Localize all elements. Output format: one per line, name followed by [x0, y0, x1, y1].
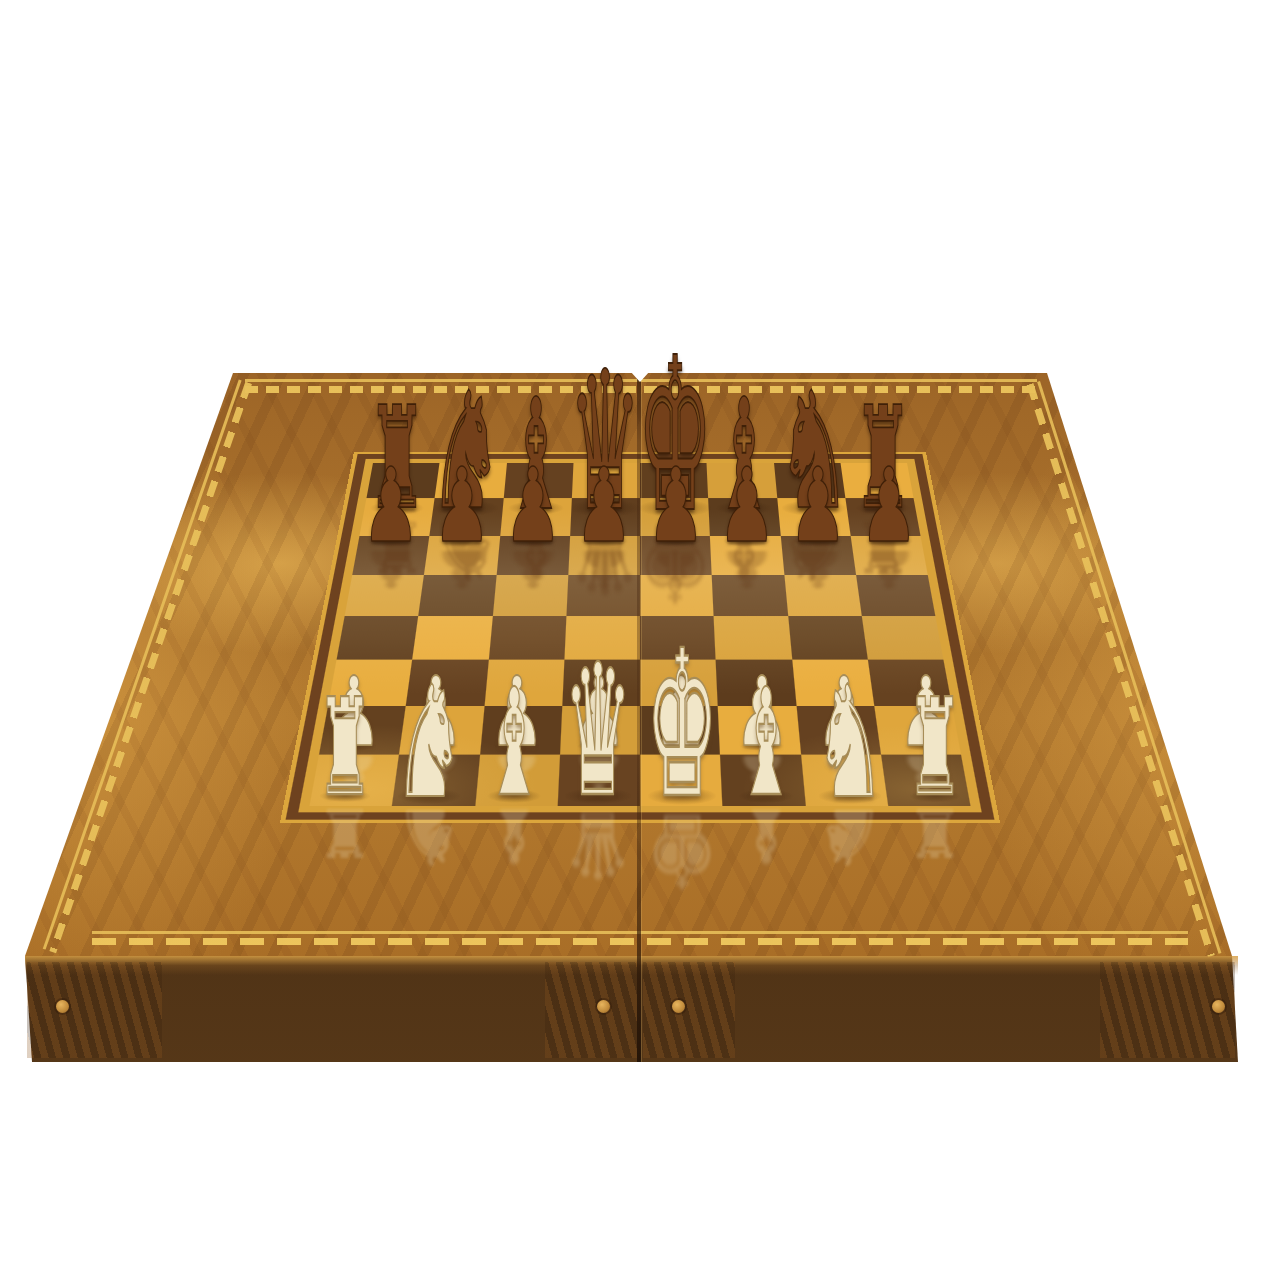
chess-box-photo: ♜♜♞♞♝♝♛♛♚♚♝♝♞♞♜♜♟♟♟♟♟♟♟♟♟♟♟♟♟♟♟♟♟♟♟♟♟♟♟♟… — [0, 0, 1280, 1280]
square-f4[interactable] — [714, 616, 792, 660]
piece-white-king-e1[interactable]: ♚ — [646, 624, 719, 827]
piece-white-queen-d1[interactable]: ♛ — [564, 642, 633, 824]
piece-black-pawn-g7[interactable]: ♟ — [789, 454, 847, 557]
hinge-pin-dot — [597, 1000, 610, 1013]
piece-white-bishop-c1[interactable]: ♝ — [485, 671, 542, 819]
piece-black-pawn-h7[interactable]: ♟ — [860, 454, 918, 557]
dovetail-joint — [27, 962, 162, 1058]
piece-white-rook-h1[interactable]: ♜ — [907, 682, 964, 816]
piece-white-knight-b1[interactable]: ♞ — [393, 665, 465, 820]
hinge-pin-dot — [1212, 1000, 1225, 1013]
piece-black-pawn-c7[interactable]: ♟ — [504, 454, 562, 557]
dovetail-joint — [643, 962, 735, 1058]
square-c4[interactable] — [488, 616, 566, 660]
piece-black-pawn-a7[interactable]: ♟ — [362, 454, 420, 557]
piece-white-knight-g1[interactable]: ♞ — [814, 665, 886, 820]
hinge-pin-dot — [672, 1000, 685, 1013]
hinge-pin-dot — [56, 1000, 69, 1013]
piece-black-pawn-e7[interactable]: ♟ — [647, 454, 705, 557]
piece-black-pawn-f7[interactable]: ♟ — [718, 454, 776, 557]
dovetail-joint — [545, 962, 637, 1058]
piece-white-bishop-f1[interactable]: ♝ — [737, 671, 794, 819]
piece-black-pawn-d7[interactable]: ♟ — [575, 454, 633, 557]
piece-white-rook-a1[interactable]: ♜ — [317, 682, 374, 816]
piece-black-pawn-b7[interactable]: ♟ — [433, 454, 491, 557]
